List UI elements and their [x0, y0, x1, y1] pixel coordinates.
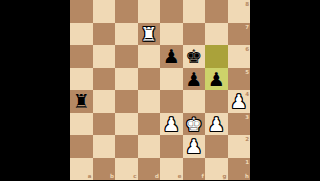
square-c2[interactable]: [115, 135, 138, 158]
square-g5[interactable]: ♟: [205, 68, 228, 91]
rank-label-7: 7: [245, 24, 249, 30]
square-c6[interactable]: [115, 45, 138, 68]
square-a6[interactable]: [70, 45, 93, 68]
black-rook[interactable]: ♜: [70, 90, 93, 113]
square-b4[interactable]: [93, 90, 116, 113]
square-a8[interactable]: [70, 0, 93, 23]
square-e3[interactable]: ♟: [160, 113, 183, 136]
square-a1[interactable]: a: [70, 158, 93, 181]
square-f4[interactable]: [183, 90, 206, 113]
rank-label-2: 2: [245, 136, 249, 142]
square-f3[interactable]: ♚: [183, 113, 206, 136]
file-label-g: g: [223, 173, 227, 179]
square-b6[interactable]: [93, 45, 116, 68]
square-c3[interactable]: [115, 113, 138, 136]
square-e5[interactable]: [160, 68, 183, 91]
rank-label-1: 1: [245, 159, 249, 165]
square-f1[interactable]: f: [183, 158, 206, 181]
square-e6[interactable]: ♟: [160, 45, 183, 68]
file-label-h: h: [245, 173, 249, 179]
letterbox-right: [250, 0, 320, 180]
square-a7[interactable]: [70, 23, 93, 46]
file-label-a: a: [88, 173, 92, 179]
square-a2[interactable]: [70, 135, 93, 158]
square-g4[interactable]: [205, 90, 228, 113]
square-e1[interactable]: e: [160, 158, 183, 181]
rank-label-6: 6: [245, 46, 249, 52]
square-h8[interactable]: 8: [228, 0, 251, 23]
white-king[interactable]: ♚: [183, 113, 206, 136]
square-f2[interactable]: ♟: [183, 135, 206, 158]
square-b2[interactable]: [93, 135, 116, 158]
square-c1[interactable]: c: [115, 158, 138, 181]
chess-board[interactable]: 8♜7♟♚6♟♟5♜4♟♟♚♟3♟2abcdefg1h: [70, 0, 250, 180]
file-label-d: d: [155, 173, 159, 179]
rank-label-3: 3: [245, 114, 249, 120]
square-a3[interactable]: [70, 113, 93, 136]
square-g6[interactable]: [205, 45, 228, 68]
white-pawn[interactable]: ♟: [205, 113, 228, 136]
square-d6[interactable]: [138, 45, 161, 68]
square-g1[interactable]: g: [205, 158, 228, 181]
file-label-e: e: [178, 173, 182, 179]
square-h7[interactable]: 7: [228, 23, 251, 46]
square-h5[interactable]: 5: [228, 68, 251, 91]
square-f5[interactable]: ♟: [183, 68, 206, 91]
square-h2[interactable]: 2: [228, 135, 251, 158]
square-d1[interactable]: d: [138, 158, 161, 181]
square-d8[interactable]: [138, 0, 161, 23]
square-h4[interactable]: 4♟: [228, 90, 251, 113]
square-b5[interactable]: [93, 68, 116, 91]
square-e2[interactable]: [160, 135, 183, 158]
square-d2[interactable]: [138, 135, 161, 158]
rank-label-5: 5: [245, 69, 249, 75]
square-f7[interactable]: [183, 23, 206, 46]
white-pawn[interactable]: ♟: [160, 113, 183, 136]
square-e7[interactable]: [160, 23, 183, 46]
square-d7[interactable]: ♜: [138, 23, 161, 46]
square-c5[interactable]: [115, 68, 138, 91]
square-e4[interactable]: [160, 90, 183, 113]
square-b8[interactable]: [93, 0, 116, 23]
square-f8[interactable]: [183, 0, 206, 23]
file-label-b: b: [110, 173, 114, 179]
square-b3[interactable]: [93, 113, 116, 136]
square-b1[interactable]: b: [93, 158, 116, 181]
square-h6[interactable]: 6: [228, 45, 251, 68]
square-h1[interactable]: 1h: [228, 158, 251, 181]
square-f6[interactable]: ♚: [183, 45, 206, 68]
black-pawn[interactable]: ♟: [183, 68, 206, 91]
square-c7[interactable]: [115, 23, 138, 46]
square-g3[interactable]: ♟: [205, 113, 228, 136]
square-g7[interactable]: [205, 23, 228, 46]
square-e8[interactable]: [160, 0, 183, 23]
white-pawn[interactable]: ♟: [183, 135, 206, 158]
square-a5[interactable]: [70, 68, 93, 91]
square-h3[interactable]: 3: [228, 113, 251, 136]
file-label-f: f: [202, 173, 204, 179]
black-pawn[interactable]: ♟: [205, 68, 228, 91]
black-king[interactable]: ♚: [183, 45, 206, 68]
white-pawn[interactable]: ♟: [228, 90, 251, 113]
square-a4[interactable]: ♜: [70, 90, 93, 113]
black-pawn[interactable]: ♟: [160, 45, 183, 68]
square-b7[interactable]: [93, 23, 116, 46]
file-label-c: c: [133, 173, 136, 179]
square-d4[interactable]: [138, 90, 161, 113]
square-c4[interactable]: [115, 90, 138, 113]
rank-label-8: 8: [245, 1, 249, 7]
white-rook[interactable]: ♜: [138, 23, 161, 46]
square-d3[interactable]: [138, 113, 161, 136]
square-g8[interactable]: [205, 0, 228, 23]
letterbox-left: [0, 0, 70, 180]
square-d5[interactable]: [138, 68, 161, 91]
square-g2[interactable]: [205, 135, 228, 158]
square-c8[interactable]: [115, 0, 138, 23]
